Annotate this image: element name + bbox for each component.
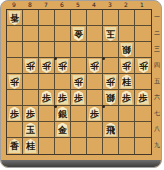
board-cell-2一 xyxy=(119,10,135,26)
board-cell-6六: 歩 xyxy=(55,90,71,106)
board-cell-8一 xyxy=(23,10,39,26)
board-cell-9三 xyxy=(7,42,23,58)
rank-label: 三 xyxy=(152,41,162,57)
sente-pawn: 歩 xyxy=(24,107,37,121)
hoshi-dot xyxy=(54,57,57,60)
sente-pawn: 歩 xyxy=(137,91,150,105)
board-cell-4九 xyxy=(87,138,103,154)
file-label: 9 xyxy=(6,1,22,9)
board-cell-9七: 歩 xyxy=(7,106,23,122)
sente-pawn: 歩 xyxy=(72,91,85,105)
sente-pawn: 歩 xyxy=(120,91,133,105)
board-cell-8三 xyxy=(23,42,39,58)
board-cell-6五 xyxy=(55,74,71,90)
board-cell-8五 xyxy=(23,74,39,90)
board-cell-8二 xyxy=(23,26,39,42)
board-cell-4六 xyxy=(87,90,103,106)
board-cell-2三: 銀 xyxy=(119,42,135,58)
sente-pawn: 歩 xyxy=(88,107,101,121)
board-cell-7一 xyxy=(39,10,55,26)
board-cell-4五 xyxy=(87,74,103,90)
board-cell-3四 xyxy=(103,58,119,74)
hoshi-dot xyxy=(102,57,105,60)
rank-label: 九 xyxy=(152,137,162,153)
board-cell-9九: 香 xyxy=(7,138,23,154)
gote-pawn: 歩 xyxy=(72,75,85,89)
board-cell-1一 xyxy=(135,10,151,26)
gote-silver: 銀 xyxy=(120,43,133,57)
board-cell-4一 xyxy=(87,10,103,26)
board-cell-1六: 歩 xyxy=(135,90,151,106)
board-cell-1五 xyxy=(135,74,151,90)
shogi-diagram-page: 987654321 一二三四五六七八九 香金玉銀歩歩歩歩歩歩歩歩歩桂歩歩歩銀歩歩… xyxy=(0,0,164,170)
board-cell-5四 xyxy=(71,58,87,74)
gote-pawn: 歩 xyxy=(120,59,133,73)
board-cell-1三 xyxy=(135,42,151,58)
board-cell-9五: 歩 xyxy=(7,74,23,90)
board-cell-4八 xyxy=(87,122,103,138)
board-cell-2九 xyxy=(119,138,135,154)
board-cell-7四: 歩 xyxy=(39,58,55,74)
shogi-board-thumbnail[interactable]: 987654321 一二三四五六七八九 香金玉銀歩歩歩歩歩歩歩歩歩桂歩歩歩銀歩歩… xyxy=(0,0,162,168)
board-cell-1四: 歩 xyxy=(135,58,151,74)
board-cell-7九 xyxy=(39,138,55,154)
file-label: 8 xyxy=(22,1,38,9)
board-cell-6四: 歩 xyxy=(55,58,71,74)
rank-label: 二 xyxy=(152,25,162,41)
gote-pawn: 歩 xyxy=(40,59,53,73)
board-cell-1八 xyxy=(135,122,151,138)
rank-label: 六 xyxy=(152,89,162,105)
board-cell-8九: 桂 xyxy=(23,138,39,154)
board-cell-5九 xyxy=(71,138,87,154)
sente-pawn: 歩 xyxy=(8,107,21,121)
sente-pawn: 歩 xyxy=(56,91,69,105)
board-cell-9八 xyxy=(7,122,23,138)
board-cell-7六: 歩 xyxy=(39,90,55,106)
board-cell-6七: 銀 xyxy=(55,106,71,122)
board-cell-2六: 歩 xyxy=(119,90,135,106)
board-cell-5七 xyxy=(71,106,87,122)
gote-lance: 香 xyxy=(8,11,21,25)
sente-rook: 飛 xyxy=(104,123,117,137)
board-bottom-shadow xyxy=(1,160,161,167)
board-cell-8八: 玉 xyxy=(23,122,39,138)
board-cell-3九 xyxy=(103,138,119,154)
rank-labels: 一二三四五六七八九 xyxy=(152,9,162,153)
board-cell-4三 xyxy=(87,42,103,58)
sente-knight: 桂 xyxy=(24,139,37,153)
sente-lance: 香 xyxy=(8,139,21,153)
board-cell-4七: 歩 xyxy=(87,106,103,122)
file-label: 5 xyxy=(70,1,86,9)
sente-silver: 銀 xyxy=(56,107,69,121)
gote-pawn: 歩 xyxy=(137,59,150,73)
file-label: 3 xyxy=(102,1,118,9)
rank-label: 七 xyxy=(152,105,162,121)
hoshi-dot xyxy=(102,105,105,108)
board-cell-3三 xyxy=(103,42,119,58)
board-cell-8七: 歩 xyxy=(23,106,39,122)
board-cell-8四: 歩 xyxy=(23,58,39,74)
board-cell-7五 xyxy=(39,74,55,90)
board-cell-9一: 香 xyxy=(7,10,23,26)
board-cell-6一 xyxy=(55,10,71,26)
gote-pawn: 歩 xyxy=(104,75,117,89)
board-cell-5五: 歩 xyxy=(71,74,87,90)
gote-gold: 金 xyxy=(72,27,85,41)
shogi-board: 香金玉銀歩歩歩歩歩歩歩歩歩桂歩歩歩銀歩歩歩歩銀歩玉金飛香桂 xyxy=(6,9,152,155)
board-cell-5三 xyxy=(71,42,87,58)
board-cell-1七 xyxy=(135,106,151,122)
gote-pawn: 歩 xyxy=(56,59,69,73)
board-cell-1九 xyxy=(135,138,151,154)
board-cell-5八 xyxy=(71,122,87,138)
board-cell-3一 xyxy=(103,10,119,26)
gote-pawn: 歩 xyxy=(88,59,101,73)
sente-king: 玉 xyxy=(24,123,37,137)
board-cell-3七 xyxy=(103,106,119,122)
board-cell-6二 xyxy=(55,26,71,42)
file-label: 7 xyxy=(38,1,54,9)
board-cell-7八 xyxy=(39,122,55,138)
board-cell-7七 xyxy=(39,106,55,122)
file-label: 4 xyxy=(86,1,102,9)
gote-king: 玉 xyxy=(104,27,117,41)
board-cell-4二 xyxy=(87,26,103,42)
sente-pawn: 歩 xyxy=(40,91,53,105)
board-cell-3六: 銀 xyxy=(103,90,119,106)
board-cell-9四 xyxy=(7,58,23,74)
board-cell-2二 xyxy=(119,26,135,42)
board-cell-2七 xyxy=(119,106,135,122)
rank-label: 八 xyxy=(152,121,162,137)
file-label: 1 xyxy=(134,1,150,9)
board-cell-7三 xyxy=(39,42,55,58)
board-cell-9二 xyxy=(7,26,23,42)
board-cell-3五: 歩 xyxy=(103,74,119,90)
file-labels: 987654321 xyxy=(6,1,150,9)
board-cell-2八 xyxy=(119,122,135,138)
board-cell-7二 xyxy=(39,26,55,42)
board-cell-2四: 歩 xyxy=(119,58,135,74)
board-cell-9六 xyxy=(7,90,23,106)
file-label: 2 xyxy=(118,1,134,9)
gote-silver: 銀 xyxy=(104,91,117,105)
board-cell-5一 xyxy=(71,10,87,26)
hoshi-dot xyxy=(54,105,57,108)
sente-knight: 桂 xyxy=(120,75,133,89)
board-cell-5二: 金 xyxy=(71,26,87,42)
gote-pawn: 歩 xyxy=(8,75,21,89)
gote-pawn: 歩 xyxy=(24,59,37,73)
board-cell-3二: 玉 xyxy=(103,26,119,42)
board-cell-3八: 飛 xyxy=(103,122,119,138)
board-cell-2五: 桂 xyxy=(119,74,135,90)
file-label: 6 xyxy=(54,1,70,9)
rank-label: 一 xyxy=(152,9,162,25)
sente-gold: 金 xyxy=(56,123,69,137)
board-cell-6三 xyxy=(55,42,71,58)
board-cell-4四: 歩 xyxy=(87,58,103,74)
board-cell-1二 xyxy=(135,26,151,42)
board-cell-6九 xyxy=(55,138,71,154)
rank-label: 五 xyxy=(152,73,162,89)
board-cell-5六: 歩 xyxy=(71,90,87,106)
board-cell-8六 xyxy=(23,90,39,106)
board-cell-6八: 金 xyxy=(55,122,71,138)
rank-label: 四 xyxy=(152,57,162,73)
